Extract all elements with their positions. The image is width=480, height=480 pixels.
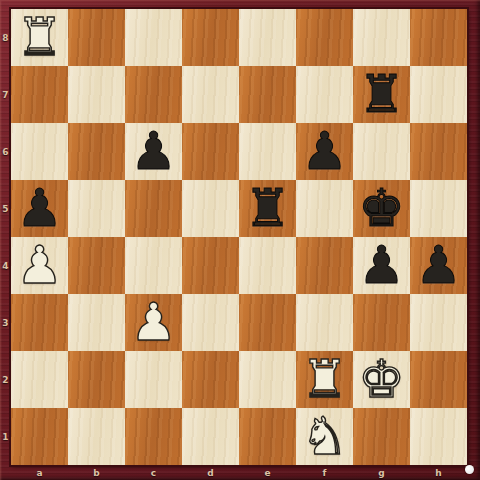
square-d1[interactable] — [182, 408, 239, 465]
square-d8[interactable] — [182, 9, 239, 66]
square-b5[interactable] — [68, 180, 125, 237]
square-h7[interactable] — [410, 66, 467, 123]
rank-label-1: 1 — [0, 408, 11, 465]
square-f6[interactable]: ♟ — [296, 123, 353, 180]
file-label-c: c — [125, 465, 182, 480]
square-h4[interactable]: ♟ — [410, 237, 467, 294]
square-a5[interactable]: ♟ — [11, 180, 68, 237]
square-h3[interactable] — [410, 294, 467, 351]
square-f8[interactable] — [296, 9, 353, 66]
square-e1[interactable] — [239, 408, 296, 465]
square-g2[interactable]: ♚ — [353, 351, 410, 408]
square-g6[interactable] — [353, 123, 410, 180]
square-b7[interactable] — [68, 66, 125, 123]
square-f2[interactable]: ♜ — [296, 351, 353, 408]
square-b1[interactable] — [68, 408, 125, 465]
square-g3[interactable] — [353, 294, 410, 351]
square-a1[interactable] — [11, 408, 68, 465]
square-h1[interactable] — [410, 408, 467, 465]
square-c5[interactable] — [125, 180, 182, 237]
square-a8[interactable]: ♜ — [11, 9, 68, 66]
chess-diagram: ♜♜♟♟♟♜♚♟♟♟♟♜♚♞ 87654321 abcdefgh — [0, 0, 480, 480]
piece-black-pawn-h4[interactable]: ♟ — [415, 237, 462, 294]
square-f3[interactable] — [296, 294, 353, 351]
piece-black-pawn-a5[interactable]: ♟ — [16, 180, 63, 237]
piece-white-king-g2[interactable]: ♚ — [358, 351, 405, 408]
piece-white-pawn-c3[interactable]: ♟ — [130, 294, 177, 351]
file-label-f: f — [296, 465, 353, 480]
rank-label-3: 3 — [0, 294, 11, 351]
square-g7[interactable]: ♜ — [353, 66, 410, 123]
square-f5[interactable] — [296, 180, 353, 237]
square-d6[interactable] — [182, 123, 239, 180]
file-label-b: b — [68, 465, 125, 480]
piece-black-rook-g7[interactable]: ♜ — [358, 66, 405, 123]
rank-label-2: 2 — [0, 351, 11, 408]
square-e6[interactable] — [239, 123, 296, 180]
square-b4[interactable] — [68, 237, 125, 294]
square-a7[interactable] — [11, 66, 68, 123]
piece-black-king-g5[interactable]: ♚ — [358, 180, 405, 237]
square-h8[interactable] — [410, 9, 467, 66]
square-b8[interactable] — [68, 9, 125, 66]
square-e7[interactable] — [239, 66, 296, 123]
rank-label-8: 8 — [0, 9, 11, 66]
rank-label-7: 7 — [0, 66, 11, 123]
square-a3[interactable] — [11, 294, 68, 351]
square-e8[interactable] — [239, 9, 296, 66]
square-a2[interactable] — [11, 351, 68, 408]
square-f4[interactable] — [296, 237, 353, 294]
square-c8[interactable] — [125, 9, 182, 66]
square-e5[interactable]: ♜ — [239, 180, 296, 237]
square-c2[interactable] — [125, 351, 182, 408]
piece-white-rook-f2[interactable]: ♜ — [301, 351, 348, 408]
piece-white-rook-a8[interactable]: ♜ — [16, 9, 63, 66]
piece-white-knight-f1[interactable]: ♞ — [301, 408, 348, 465]
square-h5[interactable] — [410, 180, 467, 237]
file-label-h: h — [410, 465, 467, 480]
square-b6[interactable] — [68, 123, 125, 180]
file-label-e: e — [239, 465, 296, 480]
piece-black-pawn-f6[interactable]: ♟ — [301, 123, 348, 180]
square-e3[interactable] — [239, 294, 296, 351]
square-f7[interactable] — [296, 66, 353, 123]
square-a6[interactable] — [11, 123, 68, 180]
square-d7[interactable] — [182, 66, 239, 123]
square-g5[interactable]: ♚ — [353, 180, 410, 237]
file-label-a: a — [11, 465, 68, 480]
chess-board[interactable]: ♜♜♟♟♟♜♚♟♟♟♟♜♚♞ — [11, 9, 467, 465]
piece-black-pawn-c6[interactable]: ♟ — [130, 123, 177, 180]
square-c6[interactable]: ♟ — [125, 123, 182, 180]
square-f1[interactable]: ♞ — [296, 408, 353, 465]
rank-label-5: 5 — [0, 180, 11, 237]
white-to-move-indicator — [465, 465, 474, 474]
file-label-g: g — [353, 465, 410, 480]
file-label-d: d — [182, 465, 239, 480]
rank-label-4: 4 — [0, 237, 11, 294]
square-g8[interactable] — [353, 9, 410, 66]
piece-white-pawn-a4[interactable]: ♟ — [16, 237, 63, 294]
square-g4[interactable]: ♟ — [353, 237, 410, 294]
square-c7[interactable] — [125, 66, 182, 123]
square-b2[interactable] — [68, 351, 125, 408]
square-b3[interactable] — [68, 294, 125, 351]
square-c3[interactable]: ♟ — [125, 294, 182, 351]
square-d5[interactable] — [182, 180, 239, 237]
square-d2[interactable] — [182, 351, 239, 408]
square-c1[interactable] — [125, 408, 182, 465]
square-e4[interactable] — [239, 237, 296, 294]
square-d4[interactable] — [182, 237, 239, 294]
square-h2[interactable] — [410, 351, 467, 408]
piece-black-pawn-g4[interactable]: ♟ — [358, 237, 405, 294]
square-c4[interactable] — [125, 237, 182, 294]
square-e2[interactable] — [239, 351, 296, 408]
square-d3[interactable] — [182, 294, 239, 351]
piece-black-rook-e5[interactable]: ♜ — [244, 180, 291, 237]
square-a4[interactable]: ♟ — [11, 237, 68, 294]
rank-label-6: 6 — [0, 123, 11, 180]
square-h6[interactable] — [410, 123, 467, 180]
square-g1[interactable] — [353, 408, 410, 465]
